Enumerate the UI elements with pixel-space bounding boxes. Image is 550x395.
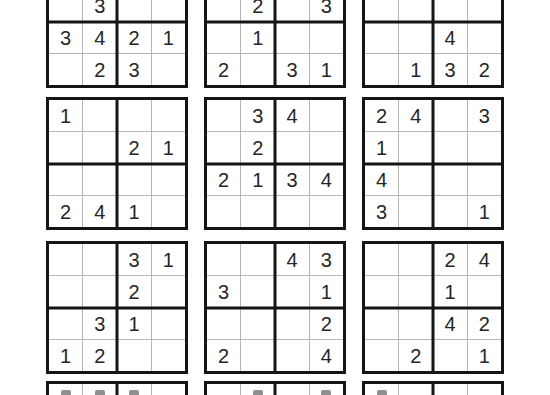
cell-r3c1 — [207, 308, 240, 339]
cell-r1c4 — [152, 100, 185, 131]
cell-r3c1 — [365, 308, 398, 339]
box-divider-vertical — [116, 0, 119, 86]
cell-r3c2 — [399, 308, 432, 339]
cell-r1c4 — [310, 384, 343, 395]
cell-r2c1 — [49, 132, 82, 163]
box-divider-horizontal — [48, 306, 186, 309]
puzzle-bottom-left — [46, 381, 188, 395]
sudoku-grid: 4331224 — [204, 241, 346, 374]
cell-r3c3 — [434, 164, 467, 195]
cell-r2c4 — [468, 0, 501, 21]
cell-r2c2 — [83, 276, 116, 307]
cell-r1c4: 4 — [468, 244, 501, 275]
cell-r1c4 — [152, 384, 185, 395]
cell-r1c2 — [241, 244, 274, 275]
puzzle-mid2-left: 3123112 — [46, 241, 188, 374]
box-divider-vertical — [432, 383, 435, 395]
cell-r3c2 — [83, 164, 116, 195]
cell-r1c3: 2 — [434, 244, 467, 275]
cell-r4c1 — [365, 340, 398, 371]
sudoku-grid: 231231 — [204, 0, 346, 88]
cell-r2c3 — [434, 0, 467, 21]
cell-r3c4: 2 — [310, 308, 343, 339]
cell-r1c1 — [365, 244, 398, 275]
box-divider-horizontal — [364, 20, 502, 23]
cell-r3c4 — [468, 22, 501, 53]
cell-r1c1: 2 — [365, 100, 398, 131]
cell-r2c2: 2 — [241, 132, 274, 163]
box-divider-horizontal — [48, 162, 186, 165]
box-divider-horizontal — [206, 20, 344, 23]
cell-r2c4 — [152, 276, 185, 307]
cell-r2c1 — [365, 276, 398, 307]
cell-r3c1: 4 — [365, 164, 398, 195]
cell-r3c2 — [399, 164, 432, 195]
sudoku-grid: 2431431 — [362, 97, 504, 230]
cell-r4c1: 3 — [365, 196, 398, 227]
cell-r3c4 — [152, 308, 185, 339]
cell-r3c3: 4 — [434, 308, 467, 339]
cell-r1c2 — [83, 384, 116, 395]
cell-r4c3 — [118, 340, 151, 371]
cell-r2c1 — [49, 0, 82, 21]
cell-r4c4 — [310, 196, 343, 227]
cell-r2c1: 3 — [207, 276, 240, 307]
box-divider-vertical — [116, 383, 119, 395]
cell-r4c3: 3 — [118, 54, 151, 85]
cell-r3c1 — [49, 164, 82, 195]
cell-r3c1 — [365, 22, 398, 53]
cell-r1c2 — [399, 244, 432, 275]
cell-r3c2: 3 — [83, 308, 116, 339]
cell-r3c2 — [399, 22, 432, 53]
cell-r1c4: 3 — [468, 100, 501, 131]
cell-r4c2: 2 — [83, 54, 116, 85]
cell-r4c1: 2 — [207, 340, 240, 371]
sudoku-grid — [204, 381, 346, 395]
cell-r2c1 — [365, 0, 398, 21]
box-divider-vertical — [274, 383, 277, 395]
digit-fragment — [129, 390, 139, 395]
cell-r1c3: 3 — [118, 244, 151, 275]
sudoku-grid: 2414221 — [362, 241, 504, 374]
sudoku-worksheet-page: 3342123231231413212124134221342431431312… — [0, 0, 550, 395]
cell-r4c3 — [276, 340, 309, 371]
cell-r4c4: 1 — [310, 54, 343, 85]
cell-r1c4 — [310, 100, 343, 131]
cell-r2c2: 2 — [241, 0, 274, 21]
digit-fragment — [321, 390, 331, 395]
cell-r4c4: 1 — [468, 340, 501, 371]
cell-r2c4 — [310, 132, 343, 163]
cell-r4c1 — [365, 54, 398, 85]
cell-r4c2: 2 — [399, 340, 432, 371]
cell-r4c4 — [152, 54, 185, 85]
cell-r4c4 — [152, 196, 185, 227]
cell-r2c3: 2 — [118, 132, 151, 163]
cell-r1c1: 1 — [49, 100, 82, 131]
cell-r3c1: 3 — [49, 22, 82, 53]
cell-r1c1 — [207, 100, 240, 131]
cell-r3c2 — [241, 308, 274, 339]
cell-r3c3 — [276, 22, 309, 53]
cell-r2c2 — [399, 0, 432, 21]
sudoku-grid — [46, 381, 188, 395]
cell-r4c3 — [434, 196, 467, 227]
digit-fragment — [253, 390, 263, 395]
puzzle-mid2-middle: 4331224 — [204, 241, 346, 374]
puzzle-mid1-left: 121241 — [46, 97, 188, 230]
cell-r4c3: 1 — [118, 196, 151, 227]
cell-r4c2 — [241, 196, 274, 227]
sudoku-grid: 4132 — [362, 0, 504, 88]
cell-r1c4 — [468, 384, 501, 395]
puzzle-bottom-right — [362, 381, 504, 395]
cell-r1c1 — [207, 384, 240, 395]
cell-r2c1 — [207, 132, 240, 163]
sudoku-grid: 121241 — [46, 97, 188, 230]
cell-r2c1 — [207, 0, 240, 21]
cell-r4c3 — [434, 340, 467, 371]
cell-r3c1: 2 — [207, 164, 240, 195]
cell-r4c3: 3 — [434, 54, 467, 85]
cell-r3c4 — [310, 22, 343, 53]
cell-r1c4: 1 — [152, 244, 185, 275]
cell-r3c3: 3 — [276, 164, 309, 195]
box-divider-horizontal — [206, 162, 344, 165]
puzzle-mid2-right: 2414221 — [362, 241, 504, 374]
sudoku-grid: 3342123 — [46, 0, 188, 88]
cell-r1c3 — [118, 384, 151, 395]
cell-r3c3: 1 — [118, 308, 151, 339]
cell-r2c3 — [276, 0, 309, 21]
cell-r4c2 — [399, 196, 432, 227]
cell-r4c1 — [207, 196, 240, 227]
cell-r3c3 — [118, 164, 151, 195]
cell-r2c4 — [152, 0, 185, 21]
cell-r2c3 — [118, 0, 151, 21]
cell-r4c1 — [49, 54, 82, 85]
cell-r4c1: 2 — [49, 196, 82, 227]
box-divider-horizontal — [48, 20, 186, 23]
cell-r1c3 — [434, 384, 467, 395]
cell-r1c3: 4 — [276, 100, 309, 131]
cell-r2c2 — [399, 276, 432, 307]
cell-r4c4: 1 — [468, 196, 501, 227]
cell-r4c4: 4 — [310, 340, 343, 371]
cell-r3c4 — [152, 164, 185, 195]
cell-r1c3: 4 — [276, 244, 309, 275]
puzzle-mid1-right: 2431431 — [362, 97, 504, 230]
cell-r1c2 — [83, 100, 116, 131]
cell-r4c2: 1 — [399, 54, 432, 85]
box-divider-horizontal — [364, 162, 502, 165]
cell-r2c4: 1 — [310, 276, 343, 307]
box-divider-vertical — [432, 0, 435, 86]
cell-r4c4 — [152, 340, 185, 371]
cell-r1c3 — [434, 100, 467, 131]
cell-r2c4: 3 — [310, 0, 343, 21]
cell-r4c2 — [241, 54, 274, 85]
cell-r4c1: 1 — [49, 340, 82, 371]
cell-r3c3 — [276, 308, 309, 339]
cell-r1c4: 3 — [310, 244, 343, 275]
cell-r1c1 — [365, 384, 398, 395]
cell-r2c4: 1 — [152, 132, 185, 163]
cell-r1c1 — [49, 244, 82, 275]
cell-r3c4 — [468, 164, 501, 195]
cell-r1c2 — [83, 244, 116, 275]
digit-fragment — [95, 390, 105, 395]
cell-r4c1: 2 — [207, 54, 240, 85]
cell-r1c1 — [49, 384, 82, 395]
cell-r4c3: 3 — [276, 54, 309, 85]
puzzle-top-middle: 231231 — [204, 0, 346, 88]
cell-r1c2 — [241, 384, 274, 395]
cell-r2c3 — [276, 132, 309, 163]
cell-r2c4 — [468, 276, 501, 307]
cell-r2c1 — [49, 276, 82, 307]
cell-r3c4: 2 — [468, 308, 501, 339]
puzzle-bottom-middle — [204, 381, 346, 395]
puzzle-top-left: 3342123 — [46, 0, 188, 88]
cell-r2c2 — [399, 132, 432, 163]
cell-r3c2: 1 — [241, 164, 274, 195]
cell-r3c3: 2 — [118, 22, 151, 53]
cell-r2c1: 1 — [365, 132, 398, 163]
cell-r2c3 — [434, 132, 467, 163]
cell-r3c2: 4 — [83, 22, 116, 53]
puzzle-mid1-middle: 3422134 — [204, 97, 346, 230]
cell-r4c2: 2 — [83, 340, 116, 371]
cell-r3c3: 4 — [434, 22, 467, 53]
cell-r1c3 — [276, 384, 309, 395]
cell-r4c2 — [241, 340, 274, 371]
cell-r2c2 — [83, 132, 116, 163]
cell-r4c2: 4 — [83, 196, 116, 227]
cell-r1c2 — [399, 384, 432, 395]
cell-r2c3: 2 — [118, 276, 151, 307]
cell-r1c2: 3 — [241, 100, 274, 131]
box-divider-vertical — [274, 0, 277, 86]
cell-r1c2: 4 — [399, 100, 432, 131]
box-divider-horizontal — [364, 306, 502, 309]
cell-r2c4 — [468, 132, 501, 163]
cell-r3c4: 4 — [310, 164, 343, 195]
cell-r3c2: 1 — [241, 22, 274, 53]
cell-r1c1 — [207, 244, 240, 275]
cell-r2c2: 3 — [83, 0, 116, 21]
cell-r4c4: 2 — [468, 54, 501, 85]
cell-r2c3: 1 — [434, 276, 467, 307]
cell-r4c3 — [276, 196, 309, 227]
digit-fragment — [377, 390, 387, 395]
digit-fragment — [61, 390, 71, 395]
cell-r2c2 — [241, 276, 274, 307]
sudoku-grid — [362, 381, 504, 395]
box-divider-horizontal — [206, 306, 344, 309]
sudoku-grid: 3422134 — [204, 97, 346, 230]
cell-r3c1 — [49, 308, 82, 339]
cell-r3c4: 1 — [152, 22, 185, 53]
cell-r2c3 — [276, 276, 309, 307]
puzzle-top-right: 4132 — [362, 0, 504, 88]
cell-r3c1 — [207, 22, 240, 53]
cell-r1c3 — [118, 100, 151, 131]
sudoku-grid: 3123112 — [46, 241, 188, 374]
